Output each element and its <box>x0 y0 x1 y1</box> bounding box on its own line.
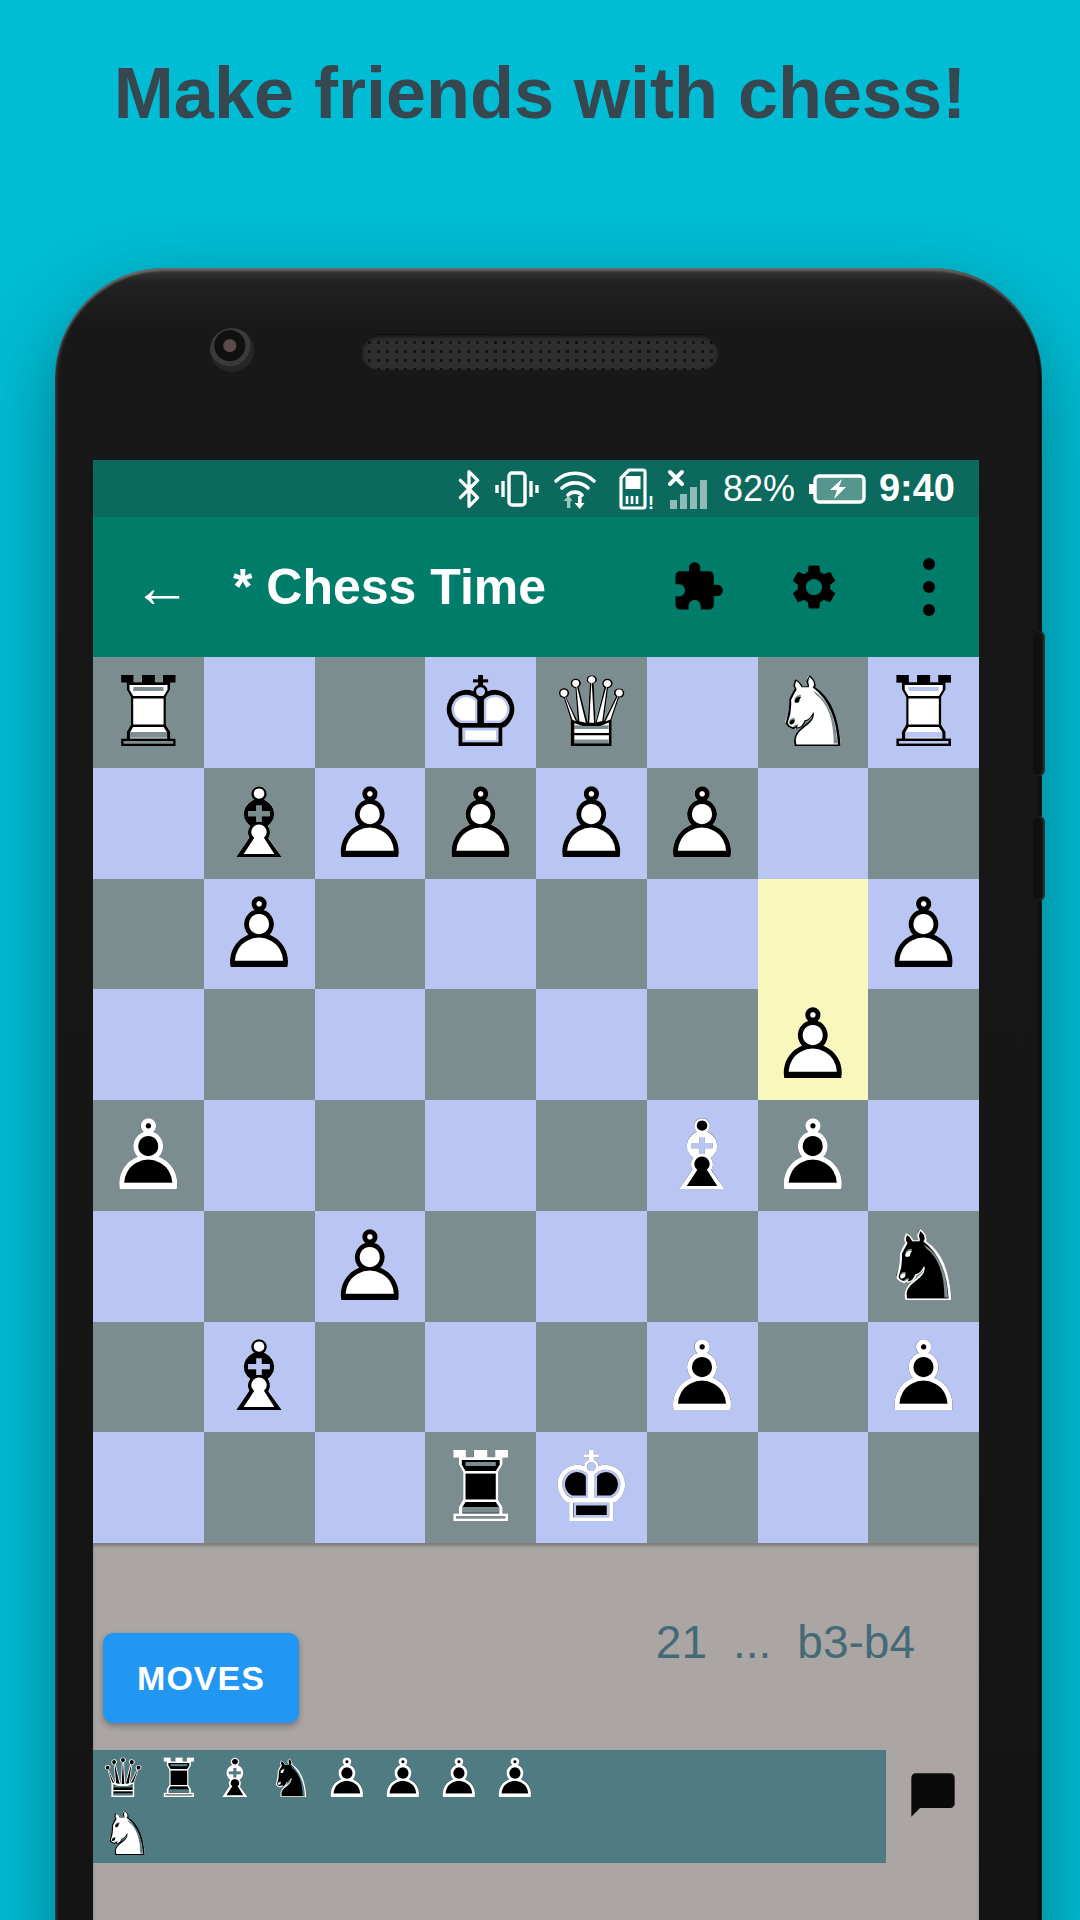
square-d4[interactable] <box>536 989 647 1100</box>
piece-white-pawn: ♟♙ <box>536 768 647 879</box>
square-h2[interactable] <box>93 768 204 879</box>
piece-black-bishop: ♝♗ <box>207 1750 263 1808</box>
square-f8[interactable] <box>315 1432 426 1543</box>
square-h3[interactable] <box>93 879 204 990</box>
square-a2[interactable] <box>868 768 979 879</box>
square-e6[interactable] <box>425 1211 536 1322</box>
piece-black-knight: ♞♘ <box>263 1750 319 1808</box>
square-h8[interactable] <box>93 1432 204 1543</box>
page-title: Make friends with chess! <box>0 52 1080 134</box>
piece-black-pawn: ♟♙ <box>375 1750 431 1808</box>
phone-screen: ! 82% 9:40 ← <box>93 460 979 1920</box>
square-g5[interactable] <box>204 1100 315 1211</box>
square-b7[interactable] <box>758 1322 869 1433</box>
square-e3[interactable] <box>425 879 536 990</box>
square-f4[interactable] <box>315 989 426 1100</box>
move-separator: ... <box>733 1615 771 1669</box>
square-f7[interactable] <box>315 1322 426 1433</box>
piece-white-knight: ♞♘ <box>758 657 869 768</box>
captured-black-queen: ♛♕ <box>95 1750 151 1808</box>
square-c3[interactable] <box>647 879 758 990</box>
piece-white-queen: ♛♕ <box>536 657 647 768</box>
square-e5[interactable] <box>425 1100 536 1211</box>
square-e4[interactable] <box>425 989 536 1100</box>
square-a8[interactable] <box>868 1432 979 1543</box>
piece-black-pawn: ♟♙ <box>487 1750 543 1808</box>
piece-black-pawn: ♟♙ <box>868 1322 979 1433</box>
square-b3[interactable] <box>758 879 869 990</box>
moves-button[interactable]: MOVES <box>103 1633 299 1723</box>
captured-black-pawn: ♟♙ <box>487 1750 543 1808</box>
captured-white-knight: ♞♘ <box>95 1802 159 1866</box>
piece-white-pawn: ♟♙ <box>647 768 758 879</box>
piece-white-pawn: ♟♙ <box>204 879 315 990</box>
square-b8[interactable] <box>758 1432 869 1543</box>
piece-black-bishop: ♝♗ <box>647 1100 758 1211</box>
piece-black-rook: ♜♖ <box>425 1432 536 1543</box>
piece-white-king: ♚♔ <box>425 657 536 768</box>
square-c1[interactable] <box>647 657 758 768</box>
square-e7[interactable] <box>425 1322 536 1433</box>
captured-black-pawn: ♟♙ <box>319 1750 375 1808</box>
square-e1[interactable]: ♚♔ <box>425 657 536 768</box>
move-number: 21 <box>656 1615 707 1669</box>
square-b5[interactable]: ♟♙ <box>758 1100 869 1211</box>
square-d5[interactable] <box>536 1100 647 1211</box>
piece-black-king: ♚♔ <box>536 1432 647 1543</box>
piece-black-pawn: ♟♙ <box>647 1322 758 1433</box>
app-bar: ← * Chess Time <box>93 517 979 657</box>
square-c8[interactable] <box>647 1432 758 1543</box>
chat-bubble-icon[interactable] <box>907 1769 959 1821</box>
square-a1[interactable]: ♜♖ <box>868 657 979 768</box>
settings-gear-icon[interactable] <box>787 560 841 614</box>
back-arrow-icon[interactable]: ← <box>133 561 185 613</box>
overflow-menu-icon[interactable] <box>903 558 955 616</box>
battery-percent: 82% <box>723 468 795 510</box>
square-f3[interactable] <box>315 879 426 990</box>
svg-text:!: ! <box>648 493 653 510</box>
square-h5[interactable]: ♟♙ <box>93 1100 204 1211</box>
square-g7[interactable]: ♝♗ <box>204 1322 315 1433</box>
square-a4[interactable] <box>868 989 979 1100</box>
square-d3[interactable] <box>536 879 647 990</box>
phone-mockup: ! 82% 9:40 ← <box>55 268 1042 1920</box>
square-e2[interactable]: ♟♙ <box>425 768 536 879</box>
last-move: b3-b4 <box>797 1615 915 1669</box>
battery-charging-icon <box>808 474 866 504</box>
square-a7[interactable]: ♟♙ <box>868 1322 979 1433</box>
signal-no-network-icon <box>666 468 710 510</box>
square-g6[interactable] <box>204 1211 315 1322</box>
square-a5[interactable] <box>868 1100 979 1211</box>
captured-black-pawn: ♟♙ <box>431 1750 487 1808</box>
square-h6[interactable] <box>93 1211 204 1322</box>
captured-black-knight: ♞♘ <box>263 1750 319 1808</box>
square-d1[interactable]: ♛♕ <box>536 657 647 768</box>
move-status: 21 ... b3-b4 <box>656 1615 915 1669</box>
square-a6[interactable]: ♞♘ <box>868 1211 979 1322</box>
wifi-icon <box>552 468 598 510</box>
piece-black-knight: ♞♘ <box>868 1211 979 1322</box>
sim-alert-icon: ! <box>611 468 653 510</box>
status-bar: ! 82% 9:40 <box>93 460 979 517</box>
square-g1[interactable] <box>204 657 315 768</box>
square-b2[interactable] <box>758 768 869 879</box>
square-b6[interactable] <box>758 1211 869 1322</box>
vibrate-icon <box>495 469 539 509</box>
piece-white-bishop: ♝♗ <box>204 768 315 879</box>
piece-white-rook: ♜♖ <box>868 657 979 768</box>
piece-white-pawn: ♟♙ <box>425 768 536 879</box>
square-f1[interactable] <box>315 657 426 768</box>
square-f6[interactable]: ♟♙ <box>315 1211 426 1322</box>
power-button[interactable] <box>1033 816 1045 901</box>
square-f2[interactable]: ♟♙ <box>315 768 426 879</box>
earpiece-speaker <box>361 334 719 370</box>
square-c5[interactable]: ♝♗ <box>647 1100 758 1211</box>
piece-white-knight: ♞♘ <box>95 1802 159 1866</box>
square-g2[interactable]: ♝♗ <box>204 768 315 879</box>
square-g8[interactable] <box>204 1432 315 1543</box>
piece-white-bishop: ♝♗ <box>204 1322 315 1433</box>
square-b1[interactable]: ♞♘ <box>758 657 869 768</box>
piece-white-pawn: ♟♙ <box>315 1211 426 1322</box>
square-h7[interactable] <box>93 1322 204 1433</box>
square-d7[interactable] <box>536 1322 647 1433</box>
square-g3[interactable]: ♟♙ <box>204 879 315 990</box>
piece-white-pawn: ♟♙ <box>315 768 426 879</box>
captured-black-bishop: ♝♗ <box>207 1750 263 1808</box>
piece-white-pawn: ♟♙ <box>868 879 979 990</box>
captured-black-pawn: ♟♙ <box>375 1750 431 1808</box>
square-d2[interactable]: ♟♙ <box>536 768 647 879</box>
chess-board: ♜♖♚♔♛♕♞♘♜♖♝♗♟♙♟♙♟♙♟♙♟♙♟♙♟♙♟♙♝♗♟♙♟♙♞♘♝♗♟♙… <box>93 657 979 1543</box>
piece-black-pawn: ♟♙ <box>758 1100 869 1211</box>
piece-black-rook: ♜♖ <box>151 1750 207 1808</box>
square-h4[interactable] <box>93 989 204 1100</box>
square-a3[interactable]: ♟♙ <box>868 879 979 990</box>
volume-button[interactable] <box>1033 631 1045 776</box>
bluetooth-icon <box>456 469 482 509</box>
square-g4[interactable] <box>204 989 315 1100</box>
square-d8[interactable]: ♚♔ <box>536 1432 647 1543</box>
puzzle-icon[interactable] <box>671 560 725 614</box>
piece-black-pawn: ♟♙ <box>93 1100 204 1211</box>
square-e8[interactable]: ♜♖ <box>425 1432 536 1543</box>
piece-white-pawn: ♟♙ <box>758 989 869 1100</box>
square-c2[interactable]: ♟♙ <box>647 768 758 879</box>
front-camera <box>210 328 254 372</box>
piece-black-queen: ♛♕ <box>95 1750 151 1808</box>
square-f5[interactable] <box>315 1100 426 1211</box>
square-c7[interactable]: ♟♙ <box>647 1322 758 1433</box>
captured-black-rook: ♜♖ <box>151 1750 207 1808</box>
captured-pieces-tray: ♛♕♜♖♝♗♞♘♟♙♟♙♟♙♟♙♞♘ <box>93 1750 886 1863</box>
square-c4[interactable] <box>647 989 758 1100</box>
square-h1[interactable]: ♜♖ <box>93 657 204 768</box>
square-b4[interactable]: ♟♙ <box>758 989 869 1100</box>
piece-black-pawn: ♟♙ <box>319 1750 375 1808</box>
app-bar-title: * Chess Time <box>233 558 671 616</box>
status-time: 9:40 <box>879 467 955 510</box>
piece-white-rook: ♜♖ <box>93 657 204 768</box>
screenshot-canvas: Make friends with chess! <box>0 0 1080 1920</box>
piece-black-pawn: ♟♙ <box>431 1750 487 1808</box>
square-c6[interactable] <box>647 1211 758 1322</box>
bottom-panel: MOVES 21 ... b3-b4 ♛♕♜♖♝♗♞♘♟♙♟♙♟♙♟♙♞♘ <box>93 1543 979 1920</box>
square-d6[interactable] <box>536 1211 647 1322</box>
